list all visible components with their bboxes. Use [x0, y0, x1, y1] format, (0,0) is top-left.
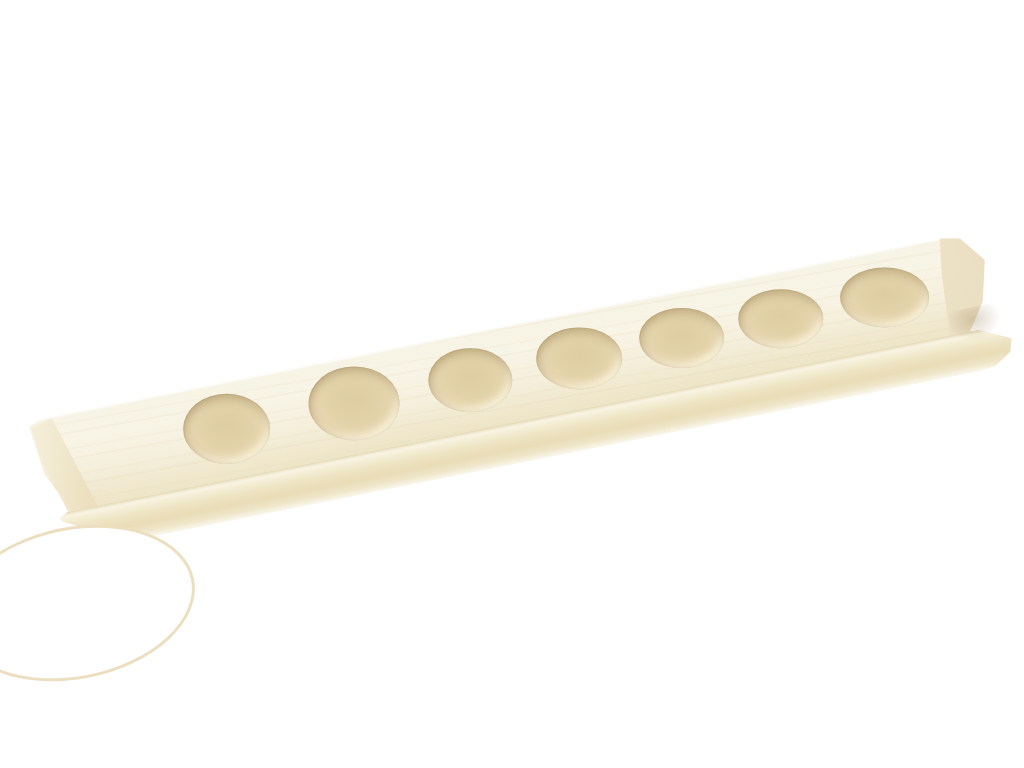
pit-6[interactable] — [738, 289, 823, 348]
mancala-board — [23, 206, 1012, 562]
product-photo-backdrop — [0, 0, 1024, 768]
pit-3[interactable] — [429, 348, 513, 412]
pit-2[interactable] — [309, 366, 400, 440]
left-notch-cutout — [0, 505, 209, 702]
pit-4[interactable] — [536, 328, 622, 390]
pit-1[interactable] — [183, 394, 270, 464]
pit-7[interactable] — [840, 267, 929, 327]
pit-5[interactable] — [639, 308, 724, 368]
